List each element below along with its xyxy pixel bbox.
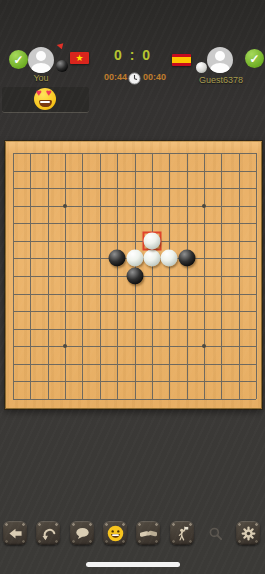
- check-glyph: ✓: [13, 53, 23, 67]
- right-score: 0: [142, 47, 152, 63]
- grid-line-h: [13, 329, 256, 330]
- stone-black: [178, 250, 195, 267]
- match-score: 0 : 0: [105, 47, 161, 63]
- left-player-name: You: [23, 73, 59, 83]
- game-screen: ✓ You ★ 0 : 0 00:44 00:40 Guest6378 ✓ ♥ …: [0, 0, 265, 574]
- red-pennant-icon: [54, 42, 67, 57]
- chat-button[interactable]: [70, 521, 94, 545]
- right-avatar[interactable]: [207, 47, 233, 73]
- grid-line-h: [13, 364, 256, 365]
- stone-white: [161, 250, 178, 267]
- grid-line-h: [13, 399, 256, 400]
- grid-line-h: [13, 381, 256, 382]
- left-avatar[interactable]: [28, 47, 54, 73]
- spain-flag-icon: [172, 54, 191, 66]
- left-ready-check-icon: ✓: [9, 50, 28, 69]
- board-grid[interactable]: [13, 153, 256, 399]
- clock-icon: [128, 71, 141, 84]
- stone-white: [143, 250, 160, 267]
- settings-button[interactable]: [236, 521, 260, 545]
- avatar-head: [215, 51, 225, 61]
- analyze-button[interactable]: [203, 521, 227, 545]
- back-arrow-icon: [8, 526, 23, 541]
- star-point: [63, 204, 67, 208]
- flag-star: ★: [75, 54, 83, 63]
- left-player-stone-icon: [56, 60, 68, 72]
- score-separator: :: [130, 47, 137, 63]
- grid-line-v: [187, 153, 188, 399]
- grid-line-h: [13, 346, 256, 347]
- heart-eyes-emoji-icon: ♥ ♥: [34, 88, 56, 110]
- avatar-shoulders: [31, 63, 51, 73]
- surrender-flag-icon: [175, 526, 190, 541]
- right-player-name: Guest6378: [192, 75, 250, 85]
- offer-draw-button[interactable]: [136, 521, 160, 545]
- emoji-teeth: [40, 101, 50, 104]
- resign-button[interactable]: [170, 521, 194, 545]
- left-player-timer: 00:44: [98, 72, 127, 82]
- stone-white: [143, 232, 160, 249]
- grid-line-v: [152, 153, 153, 399]
- stone-black: [126, 268, 143, 285]
- heart-eye-right: ♥: [46, 88, 52, 98]
- grid-line-v: [256, 153, 257, 399]
- home-indicator[interactable]: [86, 562, 180, 567]
- grid-line-v: [204, 153, 205, 399]
- avatar-shoulders: [210, 63, 230, 73]
- magnifier-icon: [208, 526, 223, 541]
- undo-button[interactable]: [36, 521, 60, 545]
- grid-line-v: [239, 153, 240, 399]
- avatar-head: [36, 51, 46, 61]
- star-point: [63, 344, 67, 348]
- right-player-timer: 00:40: [143, 72, 173, 82]
- grid-line-h: [13, 311, 256, 312]
- heart-eye-left: ♥: [36, 88, 42, 98]
- stone-black: [109, 250, 126, 267]
- check-glyph: ✓: [249, 52, 259, 66]
- grid-line-h: [13, 294, 256, 295]
- chat-bubble-icon: [75, 526, 90, 541]
- stone-white: [126, 250, 143, 267]
- star-point: [202, 344, 206, 348]
- vietnam-flag-icon: ★: [70, 52, 89, 64]
- gomoku-board[interactable]: [5, 141, 262, 409]
- right-ready-check-icon: ✓: [245, 49, 264, 68]
- star-point: [202, 204, 206, 208]
- back-button[interactable]: [3, 521, 27, 545]
- right-player-stone-icon: [196, 62, 207, 73]
- left-score: 0: [114, 47, 124, 63]
- smiley-icon: [107, 525, 124, 542]
- emoji-button[interactable]: [103, 521, 127, 545]
- grid-line-v: [221, 153, 222, 399]
- handshake-icon: [140, 527, 157, 540]
- undo-arrow-icon: [41, 526, 56, 541]
- grid-line-v: [169, 153, 170, 399]
- gear-icon: [241, 526, 256, 541]
